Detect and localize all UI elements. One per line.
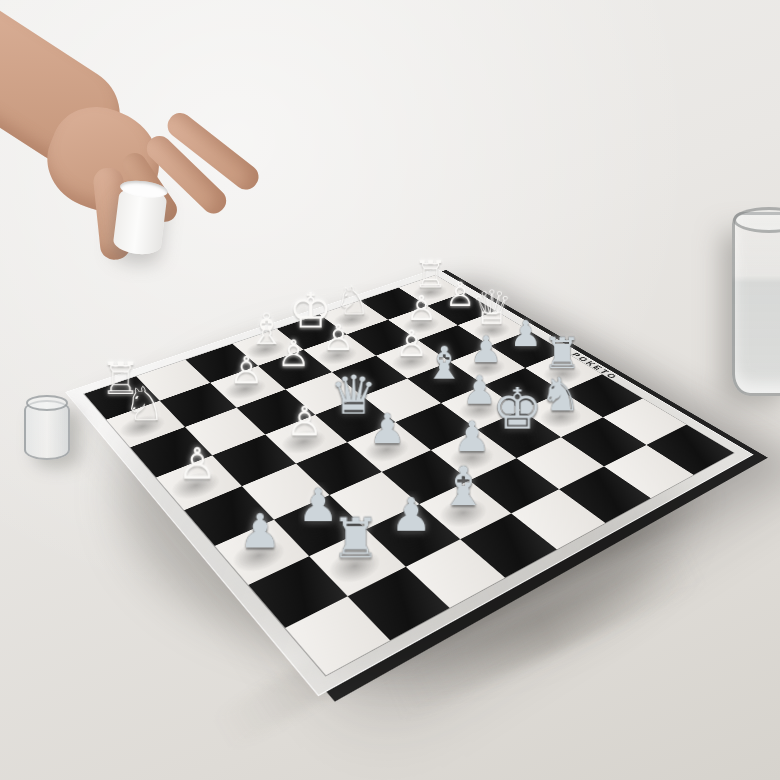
captured-black-pawn[interactable] — [24, 400, 70, 460]
studio-photo-scene: { "game": "chess", "brand": { "logo_text… — [0, 0, 780, 780]
held-white-pawn[interactable] — [112, 185, 168, 256]
hand — [0, 0, 270, 320]
chess-board[interactable]: POKETO ♖♗♔♘♖♘♙♙♙♙♙♙♕♙♙♛♝♟♟♟♟♜♟♟♟♚♞♜♟♝ — [65, 268, 754, 696]
water-glass — [732, 212, 780, 396]
